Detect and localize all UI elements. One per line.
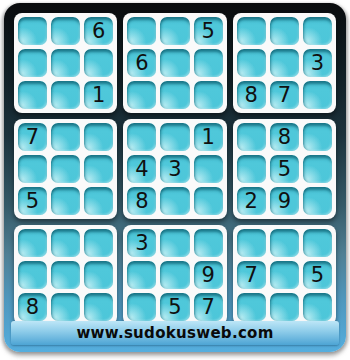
cell-r2c6[interactable] [194,49,223,77]
box-1-1: 61 [14,13,117,113]
cell-r7c7[interactable] [237,229,266,257]
cell-r8c9[interactable]: 5 [303,261,332,289]
cell-r9c7[interactable] [237,293,266,321]
cell-r2c9[interactable]: 3 [303,49,332,77]
cell-r7c4[interactable]: 3 [127,229,156,257]
cell-r9c4[interactable] [127,293,156,321]
cell-r2c1[interactable] [18,49,47,77]
cell-r5c1[interactable] [18,155,47,183]
cell-r1c9[interactable] [303,17,332,45]
board-boxes: 615638775143885298395775 [14,13,336,325]
cell-r1c6[interactable]: 5 [194,17,223,45]
cell-r1c8[interactable] [270,17,299,45]
cell-r2c7[interactable] [237,49,266,77]
cell-r3c8[interactable]: 7 [270,81,299,109]
cell-r3c9[interactable] [303,81,332,109]
cell-r8c1[interactable] [18,261,47,289]
cell-r7c9[interactable] [303,229,332,257]
cell-r5c3[interactable] [84,155,113,183]
cell-r9c9[interactable] [303,293,332,321]
cell-r2c2[interactable] [51,49,80,77]
cell-r2c4[interactable]: 6 [127,49,156,77]
cell-r1c5[interactable] [160,17,189,45]
cell-r4c3[interactable] [84,123,113,151]
cell-r7c1[interactable] [18,229,47,257]
cell-r4c9[interactable] [303,123,332,151]
cell-r9c5[interactable]: 5 [160,293,189,321]
cell-r6c8[interactable]: 9 [270,187,299,215]
cell-r8c7[interactable]: 7 [237,261,266,289]
cell-r5c6[interactable] [194,155,223,183]
cell-r5c4[interactable]: 4 [127,155,156,183]
cell-r4c4[interactable] [127,123,156,151]
box-2-2: 1438 [123,119,226,219]
cell-r8c8[interactable] [270,261,299,289]
cell-r8c2[interactable] [51,261,80,289]
cell-r6c9[interactable] [303,187,332,215]
cell-r6c1[interactable]: 5 [18,187,47,215]
cell-r8c6[interactable]: 9 [194,261,223,289]
cell-r1c3[interactable]: 6 [84,17,113,45]
cell-r6c6[interactable] [194,187,223,215]
cell-r5c2[interactable] [51,155,80,183]
cell-r4c5[interactable] [160,123,189,151]
cell-r1c1[interactable] [18,17,47,45]
cell-r4c8[interactable]: 8 [270,123,299,151]
cell-r4c6[interactable]: 1 [194,123,223,151]
cell-r3c3[interactable]: 1 [84,81,113,109]
cell-r2c3[interactable] [84,49,113,77]
cell-r3c1[interactable] [18,81,47,109]
cell-r7c6[interactable] [194,229,223,257]
cell-r6c5[interactable] [160,187,189,215]
sudoku-board: 615638775143885298395775 www.sudokusweb.… [4,3,346,352]
cell-r4c1[interactable]: 7 [18,123,47,151]
cell-r7c3[interactable] [84,229,113,257]
box-3-2: 3957 [123,225,226,325]
footer-bar: www.sudokusweb.com [11,321,339,345]
cell-r3c5[interactable] [160,81,189,109]
cell-r5c5[interactable]: 3 [160,155,189,183]
cell-r7c8[interactable] [270,229,299,257]
cell-r6c2[interactable] [51,187,80,215]
cell-r8c5[interactable] [160,261,189,289]
cell-r8c3[interactable] [84,261,113,289]
website-link[interactable]: www.sudokusweb.com [76,324,273,342]
box-1-3: 387 [233,13,336,113]
cell-r9c6[interactable]: 7 [194,293,223,321]
cell-r5c8[interactable]: 5 [270,155,299,183]
cell-r9c8[interactable] [270,293,299,321]
cell-r9c1[interactable]: 8 [18,293,47,321]
cell-r9c3[interactable] [84,293,113,321]
cell-r4c2[interactable] [51,123,80,151]
cell-r6c7[interactable]: 2 [237,187,266,215]
box-1-2: 56 [123,13,226,113]
cell-r9c2[interactable] [51,293,80,321]
cell-r6c4[interactable]: 8 [127,187,156,215]
cell-r1c7[interactable] [237,17,266,45]
cell-r3c2[interactable] [51,81,80,109]
cell-r7c2[interactable] [51,229,80,257]
cell-r5c9[interactable] [303,155,332,183]
cell-r3c4[interactable] [127,81,156,109]
cell-r5c7[interactable] [237,155,266,183]
cell-r2c8[interactable] [270,49,299,77]
cell-r6c3[interactable] [84,187,113,215]
cell-r1c2[interactable] [51,17,80,45]
cell-r8c4[interactable] [127,261,156,289]
box-2-1: 75 [14,119,117,219]
box-3-1: 8 [14,225,117,325]
cell-r4c7[interactable] [237,123,266,151]
cell-r1c4[interactable] [127,17,156,45]
cell-r3c7[interactable]: 8 [237,81,266,109]
cell-r3c6[interactable] [194,81,223,109]
cell-r2c5[interactable] [160,49,189,77]
cell-r7c5[interactable] [160,229,189,257]
box-3-3: 75 [233,225,336,325]
box-2-3: 8529 [233,119,336,219]
